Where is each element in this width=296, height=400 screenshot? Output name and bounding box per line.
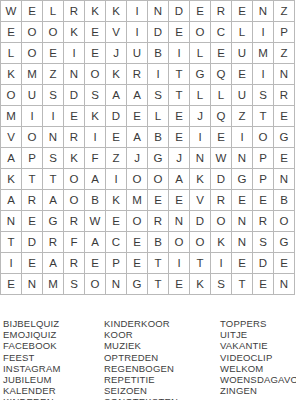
grid-cell[interactable]: A [127,127,148,148]
grid-cell[interactable]: N [274,274,295,295]
grid-cell[interactable]: E [169,106,190,127]
grid-cell[interactable]: R [64,253,85,274]
grid-cell[interactable]: T [1,232,22,253]
word-list-item: KINDEREN [3,396,61,400]
grid-cell[interactable]: E [85,43,106,64]
word-list-item: OPTREDEN [104,352,178,363]
grid-cell[interactable]: K [106,190,127,211]
grid-cell[interactable]: R [127,64,148,85]
grid-cell[interactable]: S [64,274,85,295]
word-list-item: ZINGEN [220,385,296,396]
grid-cell[interactable]: E [106,211,127,232]
grid-cell[interactable]: E [22,253,43,274]
grid-cell[interactable]: N [1,211,22,232]
grid-cell[interactable]: O [64,169,85,190]
grid-cell[interactable]: I [106,169,127,190]
grid-cell[interactable]: T [232,274,253,295]
grid-cell[interactable]: D [64,85,85,106]
grid-cell[interactable]: R [43,232,64,253]
grid-cell[interactable]: E [211,43,232,64]
word-list-item: INSTAGRAM [3,363,61,374]
grid-cell[interactable]: J [190,106,211,127]
grid-cell[interactable]: M [127,190,148,211]
word-list-column: KINDERKOORKOORMUZIEKOPTREDENREGENBOGENRE… [104,318,178,400]
word-list-item: TOPPERS [220,318,296,329]
grid-cell[interactable]: V [1,127,22,148]
grid-cell[interactable]: L [211,85,232,106]
word-list-item: BIJBELQUIZ [3,318,61,329]
grid-cell[interactable]: O [85,274,106,295]
grid-cell[interactable]: A [85,232,106,253]
grid-cell[interactable]: G [43,211,64,232]
grid-cell[interactable]: O [148,169,169,190]
grid-cell[interactable]: L [148,106,169,127]
grid-cell[interactable]: T [190,253,211,274]
grid-cell[interactable]: A [43,253,64,274]
grid-cell[interactable]: R [148,211,169,232]
grid-cell[interactable]: U [232,43,253,64]
grid-cell[interactable]: N [232,211,253,232]
grid-cell[interactable]: K [85,106,106,127]
grid-cell[interactable]: Z [43,64,64,85]
grid-cell[interactable]: S [43,148,64,169]
grid-cell[interactable]: O [64,190,85,211]
grid-cell[interactable]: E [211,127,232,148]
grid-cell[interactable]: R [64,1,85,22]
grid-cell[interactable]: R [64,127,85,148]
word-list-item: SEIZOEN [104,385,178,396]
word-list-item: KINDERKOOR [104,318,178,329]
grid-cell[interactable]: M [253,43,274,64]
grid-cell[interactable]: E [85,253,106,274]
grid-cell[interactable]: W [1,1,22,22]
grid-cell[interactable]: E [190,1,211,22]
grid-cell[interactable]: C [106,232,127,253]
grid-cell[interactable]: O [127,211,148,232]
grid-cell[interactable]: S [253,85,274,106]
grid-cell[interactable]: G [190,64,211,85]
grid-cell[interactable]: L [190,85,211,106]
grid-cell[interactable]: K [64,148,85,169]
grid-cell[interactable]: O [127,169,148,190]
grid-cell[interactable]: P [106,253,127,274]
grid-cell[interactable]: T [148,274,169,295]
grid-cell[interactable]: E [22,211,43,232]
grid-cell[interactable]: A [43,190,64,211]
grid-cell[interactable]: I [211,253,232,274]
grid-cell[interactable]: I [1,253,22,274]
grid-cell[interactable]: S [148,85,169,106]
word-list-item: FEEST [3,352,61,363]
grid-cell[interactable]: N [106,274,127,295]
grid-cell[interactable]: R [274,85,295,106]
grid-cell[interactable]: E [274,106,295,127]
grid-cell[interactable]: B [148,232,169,253]
word-list-item: JUBILEUM [3,374,61,385]
grid-cell[interactable]: S [211,274,232,295]
grid-cell[interactable]: Q [211,106,232,127]
grid-cell[interactable]: E [169,22,190,43]
grid-cell[interactable]: T [22,169,43,190]
grid-cell[interactable]: D [211,169,232,190]
grid-cell[interactable]: U [22,85,43,106]
grid-cell[interactable]: N [22,274,43,295]
grid-cell[interactable]: A [85,169,106,190]
grid-cell[interactable]: M [43,274,64,295]
grid-cell[interactable]: Q [211,64,232,85]
grid-cell[interactable]: E [148,190,169,211]
word-list-column: BIJBELQUIZEMOJIQUIZFACEBOOKFEESTINSTAGRA… [3,318,61,400]
grid-cell[interactable]: G [232,169,253,190]
grid-cell[interactable]: N [43,127,64,148]
grid-cell[interactable]: I [169,253,190,274]
grid-cell[interactable]: A [1,190,22,211]
grid-cell[interactable]: T [253,106,274,127]
grid-cell[interactable]: E [64,106,85,127]
grid-cell[interactable]: L [232,22,253,43]
grid-cell[interactable]: E [232,1,253,22]
grid-cell[interactable]: D [106,106,127,127]
word-list-item: VAKANTIE [220,340,296,351]
grid-cell[interactable]: I [127,22,148,43]
grid-cell[interactable]: T [169,64,190,85]
grid-cell[interactable]: O [274,211,295,232]
grid-cell[interactable]: E [232,190,253,211]
grid-cell[interactable]: S [253,232,274,253]
grid-cell[interactable]: P [274,22,295,43]
grid-cell[interactable]: A [169,169,190,190]
grid-cell[interactable]: N [253,1,274,22]
grid-cell[interactable]: D [190,211,211,232]
grid-cell[interactable]: T [169,85,190,106]
grid-cell[interactable]: M [1,106,22,127]
grid-cell[interactable]: J [127,148,148,169]
grid-cell[interactable]: N [64,64,85,85]
grid-cell[interactable]: A [1,148,22,169]
grid-cell[interactable]: I [253,64,274,85]
grid-cell[interactable]: J [106,43,127,64]
grid-cell[interactable]: O [22,43,43,64]
grid-cell[interactable]: D [253,253,274,274]
grid-cell[interactable]: I [169,43,190,64]
grid-cell[interactable]: D [169,1,190,22]
grid-cell[interactable]: O [1,85,22,106]
grid-cell[interactable]: Z [274,1,295,22]
grid-cell[interactable]: N [274,169,295,190]
grid-cell[interactable]: L [190,43,211,64]
grid-cell[interactable]: K [64,22,85,43]
grid-cell[interactable]: I [253,22,274,43]
grid-cell[interactable]: U [127,43,148,64]
grid-cell[interactable]: I [22,106,43,127]
grid-cell[interactable]: E [232,64,253,85]
grid-cell[interactable]: N [232,148,253,169]
grid-cell[interactable]: D [22,232,43,253]
grid-cell[interactable]: V [190,190,211,211]
grid-cell[interactable]: I [127,1,148,22]
grid-cell[interactable]: K [1,169,22,190]
grid-cell[interactable]: N [274,64,295,85]
grid-cell[interactable]: E [169,190,190,211]
grid-cell[interactable]: G [127,274,148,295]
grid-cell[interactable]: F [85,148,106,169]
grid-cell[interactable]: O [22,127,43,148]
word-search-grid: WELRKKINDERENZEOOKEVIDEOCLIPLOEIEJUBILEU… [0,0,295,295]
grid-cell[interactable]: I [190,127,211,148]
grid-cell[interactable]: E [127,253,148,274]
grid-cell[interactable]: M [22,64,43,85]
grid-cell[interactable]: E [169,127,190,148]
grid-cell[interactable]: B [148,43,169,64]
word-list-item: KOOR [104,329,178,340]
grid-cell[interactable]: N [148,1,169,22]
grid-cell[interactable]: B [274,190,295,211]
grid-cell[interactable]: Z [106,148,127,169]
grid-cell[interactable]: R [22,190,43,211]
grid-cell[interactable]: K [211,232,232,253]
grid-cell[interactable]: O [211,211,232,232]
grid-cell[interactable]: E [169,274,190,295]
grid-cell[interactable]: O [85,64,106,85]
grid-cell[interactable]: W [85,211,106,232]
grid-cell[interactable]: I [85,127,106,148]
grid-cell[interactable]: P [253,148,274,169]
word-list-item: VIDEOCLIP [220,352,296,363]
grid-cell[interactable]: E [253,190,274,211]
grid-cell[interactable]: I [64,43,85,64]
grid-cell[interactable]: L [1,43,22,64]
grid-cell[interactable]: T [43,169,64,190]
grid-cell[interactable]: V [106,22,127,43]
word-list-item: SONGTEKSTEN [104,396,178,400]
grid-cell[interactable]: P [22,148,43,169]
word-list-item: UITJE [220,329,296,340]
grid-cell[interactable]: I [43,106,64,127]
word-list-item: REGENBOGEN [104,363,178,374]
word-list-item: WELKOM [220,363,296,374]
grid-cell[interactable]: E [106,127,127,148]
grid-cell[interactable]: C [211,22,232,43]
grid-cell[interactable]: O [253,127,274,148]
grid-cell[interactable]: E [127,232,148,253]
grid-cell[interactable]: L [43,1,64,22]
grid-cell[interactable]: N [169,211,190,232]
word-list-item: KALENDER [3,385,61,396]
grid-cell[interactable]: R [253,211,274,232]
grid-cell[interactable]: N [232,232,253,253]
word-list-item: MUZIEK [104,340,178,351]
grid-cell[interactable]: A [106,85,127,106]
grid-cell[interactable]: G [148,148,169,169]
grid-cell[interactable]: N [190,148,211,169]
grid-cell[interactable]: O [190,22,211,43]
grid-cell[interactable]: S [43,85,64,106]
grid-cell[interactable]: I [148,64,169,85]
grid-cell[interactable]: K [190,169,211,190]
grid-cell[interactable]: E [274,148,295,169]
word-list: BIJBELQUIZEMOJIQUIZFACEBOOKFEESTINSTAGRA… [0,318,296,400]
grid-cell[interactable]: B [148,127,169,148]
word-list-item: REPETITIE [104,374,178,385]
grid-cell[interactable]: G [274,127,295,148]
grid-cell[interactable]: E [22,1,43,22]
grid-cell[interactable]: E [253,274,274,295]
grid-cell[interactable]: Z [274,43,295,64]
grid-cell[interactable]: P [253,169,274,190]
grid-cell[interactable]: E [274,253,295,274]
grid-cell[interactable]: E [43,43,64,64]
grid-cell[interactable]: A [127,85,148,106]
grid-cell[interactable]: I [232,127,253,148]
word-list-item: WOENSDAGAVOND [220,374,296,385]
grid-cell[interactable]: W [211,148,232,169]
word-list-column: TOPPERSUITJEVAKANTIEVIDEOCLIPWELKOMWOENS… [220,318,296,396]
grid-cell[interactable]: O [169,232,190,253]
grid-cell[interactable]: D [148,22,169,43]
grid-cell[interactable]: O [190,232,211,253]
grid-cell[interactable]: T [148,253,169,274]
grid-cell[interactable]: U [232,85,253,106]
word-list-item: EMOJIQUIZ [3,329,61,340]
grid-cell[interactable]: J [169,148,190,169]
grid-cell[interactable]: O [43,22,64,43]
grid-cell[interactable]: G [274,232,295,253]
grid-cell[interactable]: R [64,211,85,232]
grid-cell[interactable]: R [211,190,232,211]
grid-cell[interactable]: E [1,22,22,43]
grid-cell[interactable]: E [232,253,253,274]
grid-cell[interactable]: K [106,1,127,22]
grid-cell[interactable]: Z [232,106,253,127]
grid-cell[interactable]: E [127,106,148,127]
grid-cell[interactable]: R [211,1,232,22]
grid-cell[interactable]: E [1,274,22,295]
grid-cell[interactable]: B [85,190,106,211]
grid-cell[interactable]: K [190,274,211,295]
grid-cell[interactable]: K [85,1,106,22]
grid-cell[interactable]: O [22,22,43,43]
word-list-item: FACEBOOK [3,340,61,351]
grid-cell[interactable]: K [106,64,127,85]
grid-cell[interactable]: S [85,85,106,106]
grid-cell[interactable]: E [85,22,106,43]
grid-cell[interactable]: F [64,232,85,253]
grid-cell[interactable]: K [1,64,22,85]
